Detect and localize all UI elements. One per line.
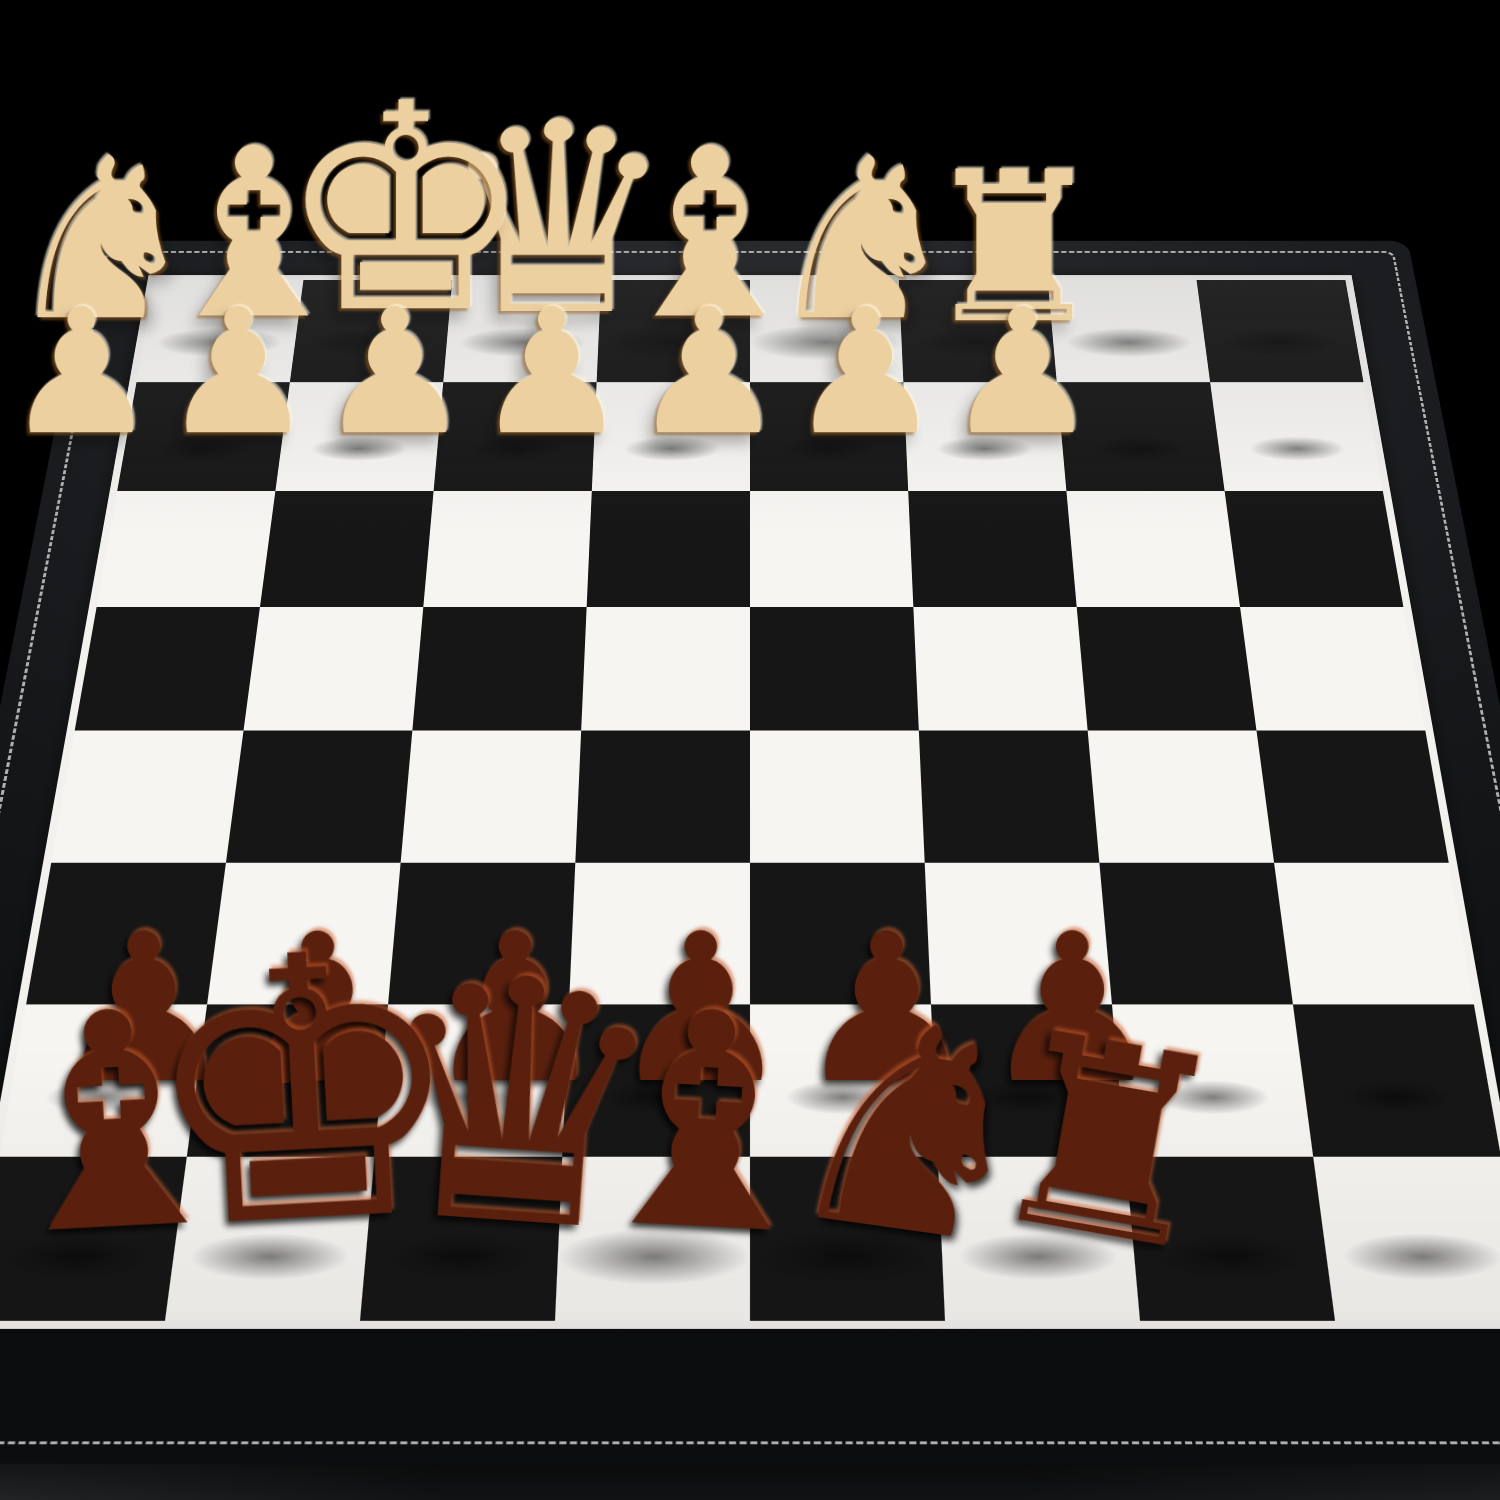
square-b2[interactable] bbox=[1057, 382, 1225, 491]
square-a3[interactable] bbox=[1225, 491, 1404, 607]
square-a2[interactable] bbox=[1210, 382, 1383, 491]
chessboard: ♜♞♝♛♚♝♞♜♟♟♟♟♟♟♟♟♟♟♟♟♟♟♟♟♜♞♝♛♚♝♞♜ bbox=[0, 241, 1500, 1464]
square-b1[interactable] bbox=[1048, 280, 1210, 382]
square-c2[interactable] bbox=[903, 382, 1066, 491]
square-g1[interactable] bbox=[290, 280, 452, 382]
square-a1[interactable] bbox=[1197, 280, 1364, 382]
square-e3[interactable] bbox=[587, 491, 750, 607]
square-c1[interactable] bbox=[899, 280, 1057, 382]
square-d2[interactable] bbox=[750, 382, 908, 491]
square-h3[interactable] bbox=[97, 491, 276, 607]
square-c3[interactable] bbox=[908, 491, 1076, 607]
square-f3[interactable] bbox=[423, 491, 591, 607]
square-a4[interactable] bbox=[1240, 607, 1425, 731]
square-h1[interactable] bbox=[136, 280, 303, 382]
square-g2[interactable] bbox=[275, 382, 443, 491]
square-b4[interactable] bbox=[1077, 607, 1257, 731]
square-f1[interactable] bbox=[443, 280, 601, 382]
square-e1[interactable] bbox=[597, 280, 750, 382]
square-d1[interactable] bbox=[750, 280, 903, 382]
square-h2[interactable] bbox=[117, 382, 290, 491]
square-d4[interactable] bbox=[750, 607, 919, 731]
square-g3[interactable] bbox=[260, 491, 434, 607]
chess-scene: ♜♞♝♛♚♝♞♜♟♟♟♟♟♟♟♟♟♟♟♟♟♟♟♟♜♞♝♛♚♝♞♜ bbox=[0, 0, 1500, 1500]
square-e4[interactable] bbox=[581, 607, 750, 731]
square-f2[interactable] bbox=[434, 382, 597, 491]
square-h4[interactable] bbox=[75, 607, 260, 731]
square-d3[interactable] bbox=[750, 491, 913, 607]
square-f4[interactable] bbox=[412, 607, 586, 731]
square-g4[interactable] bbox=[244, 607, 424, 731]
square-c4[interactable] bbox=[913, 607, 1087, 731]
square-b3[interactable] bbox=[1066, 491, 1240, 607]
square-e2[interactable] bbox=[592, 382, 750, 491]
